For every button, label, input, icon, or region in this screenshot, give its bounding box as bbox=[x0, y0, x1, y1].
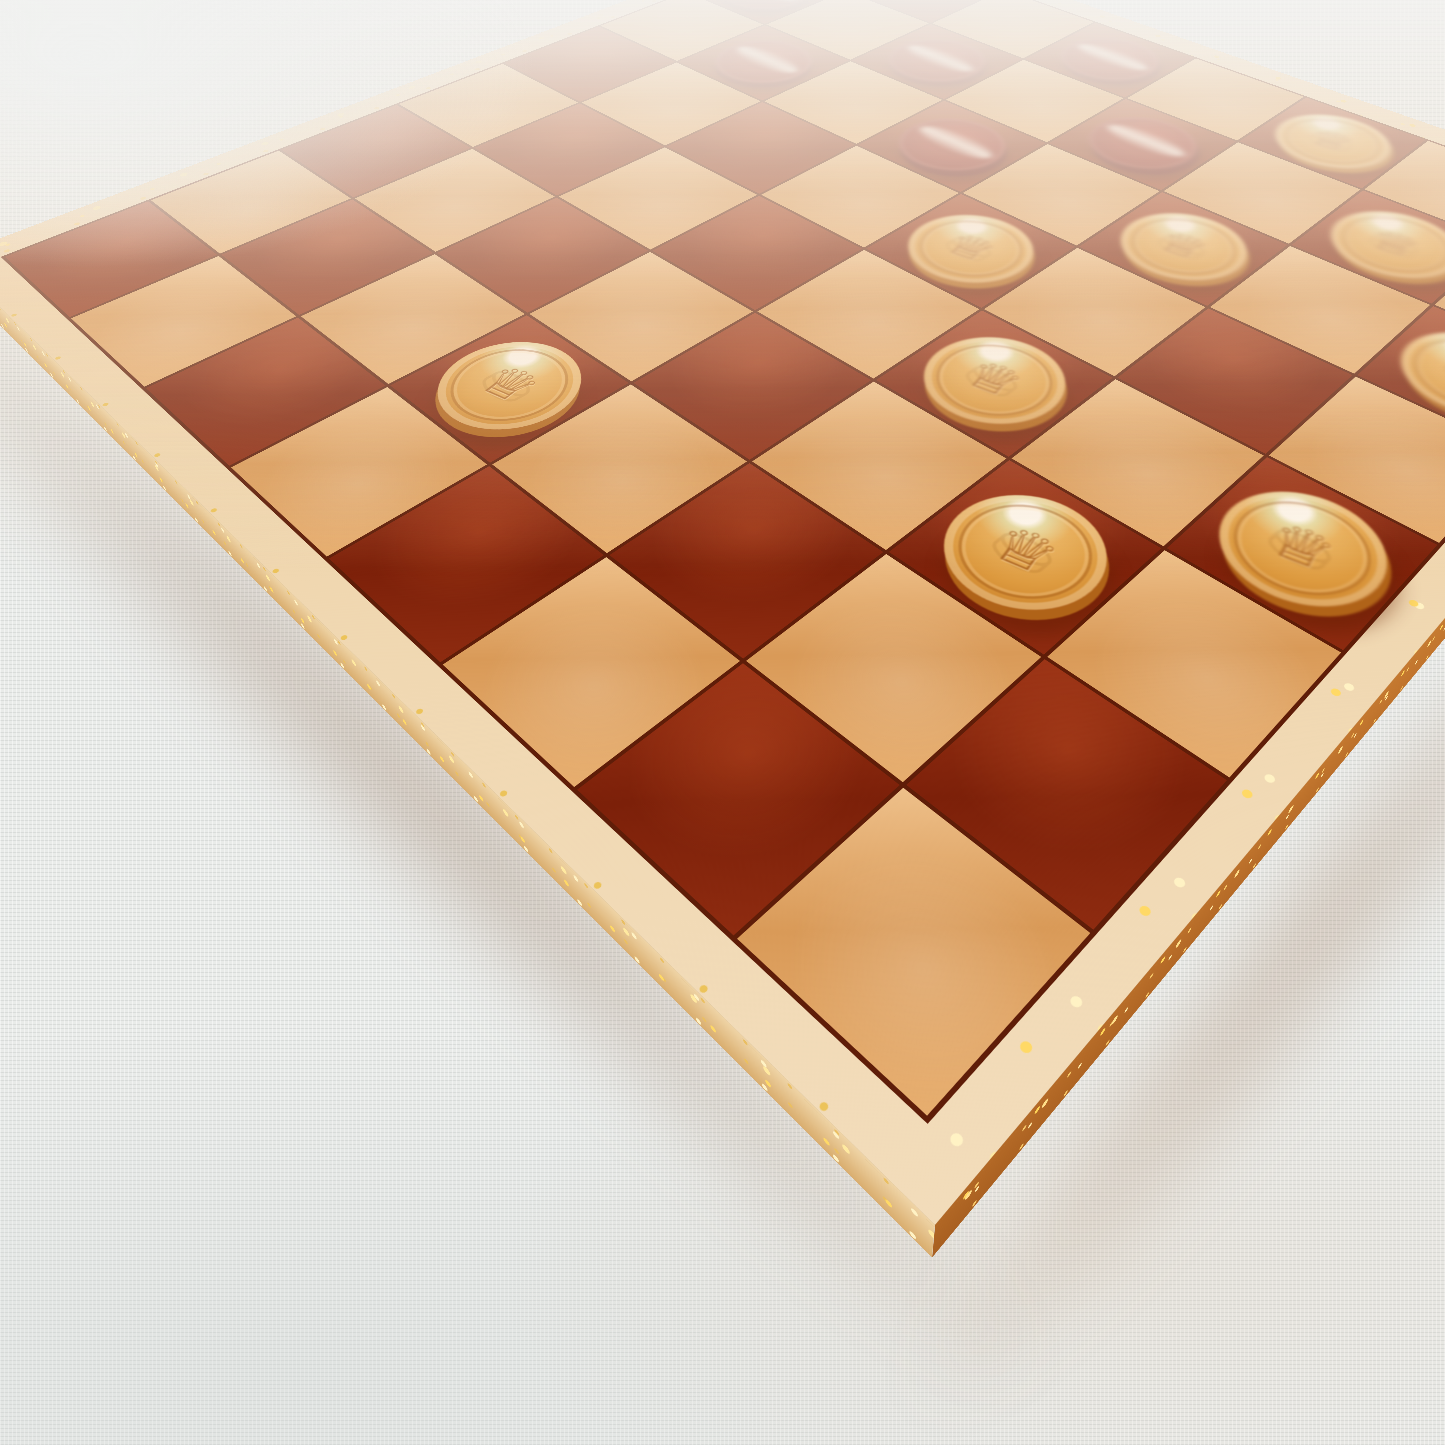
crown-stamp-icon: ♕ bbox=[1150, 227, 1216, 266]
checker-glyph-icon: ⛂ bbox=[905, 46, 968, 74]
checker-glyph-icon: ⛂ bbox=[732, 47, 796, 75]
checkers-board: ⛂⛀♕⛀♕⛂⛂⛂⛀♕⛂⛂⛀♕⛀♕⛀♕⛀♕⛀♕⛀♕⛀♕ bbox=[0, 0, 1445, 1225]
board-grid: ⛂⛀♕⛀♕⛂⛂⛂⛀♕⛂⛂⛀♕⛀♕⛀♕⛀♕⛀♕⛀♕⛀♕ bbox=[1, 0, 1445, 1124]
crown-stamp-icon: ♕ bbox=[1303, 125, 1361, 156]
crown-stamp-icon: ♕ bbox=[1363, 225, 1427, 264]
perspective-scene: ⛂⛀♕⛀♕⛂⛂⛂⛀♕⛂⛂⛀♕⛀♕⛀♕⛀♕⛀♕⛀♕⛀♕ bbox=[0, 0, 1445, 1445]
photo-scene: ⛂⛀♕⛀♕⛂⛂⛂⛀♕⛂⛂⛀♕⛀♕⛀♕⛀♕⛀♕⛀♕⛀♕ bbox=[0, 0, 1445, 1445]
checker-glyph-icon: ⛂ bbox=[737, 0, 795, 3]
checker-glyph-icon: ⛂ bbox=[917, 127, 987, 161]
checker-glyph-icon: ⛂ bbox=[1078, 45, 1141, 73]
checker-glyph-icon: ⛂ bbox=[1108, 125, 1177, 159]
crown-stamp-icon: ♕ bbox=[1260, 514, 1345, 580]
crown-stamp-icon: ♕ bbox=[980, 518, 1069, 585]
